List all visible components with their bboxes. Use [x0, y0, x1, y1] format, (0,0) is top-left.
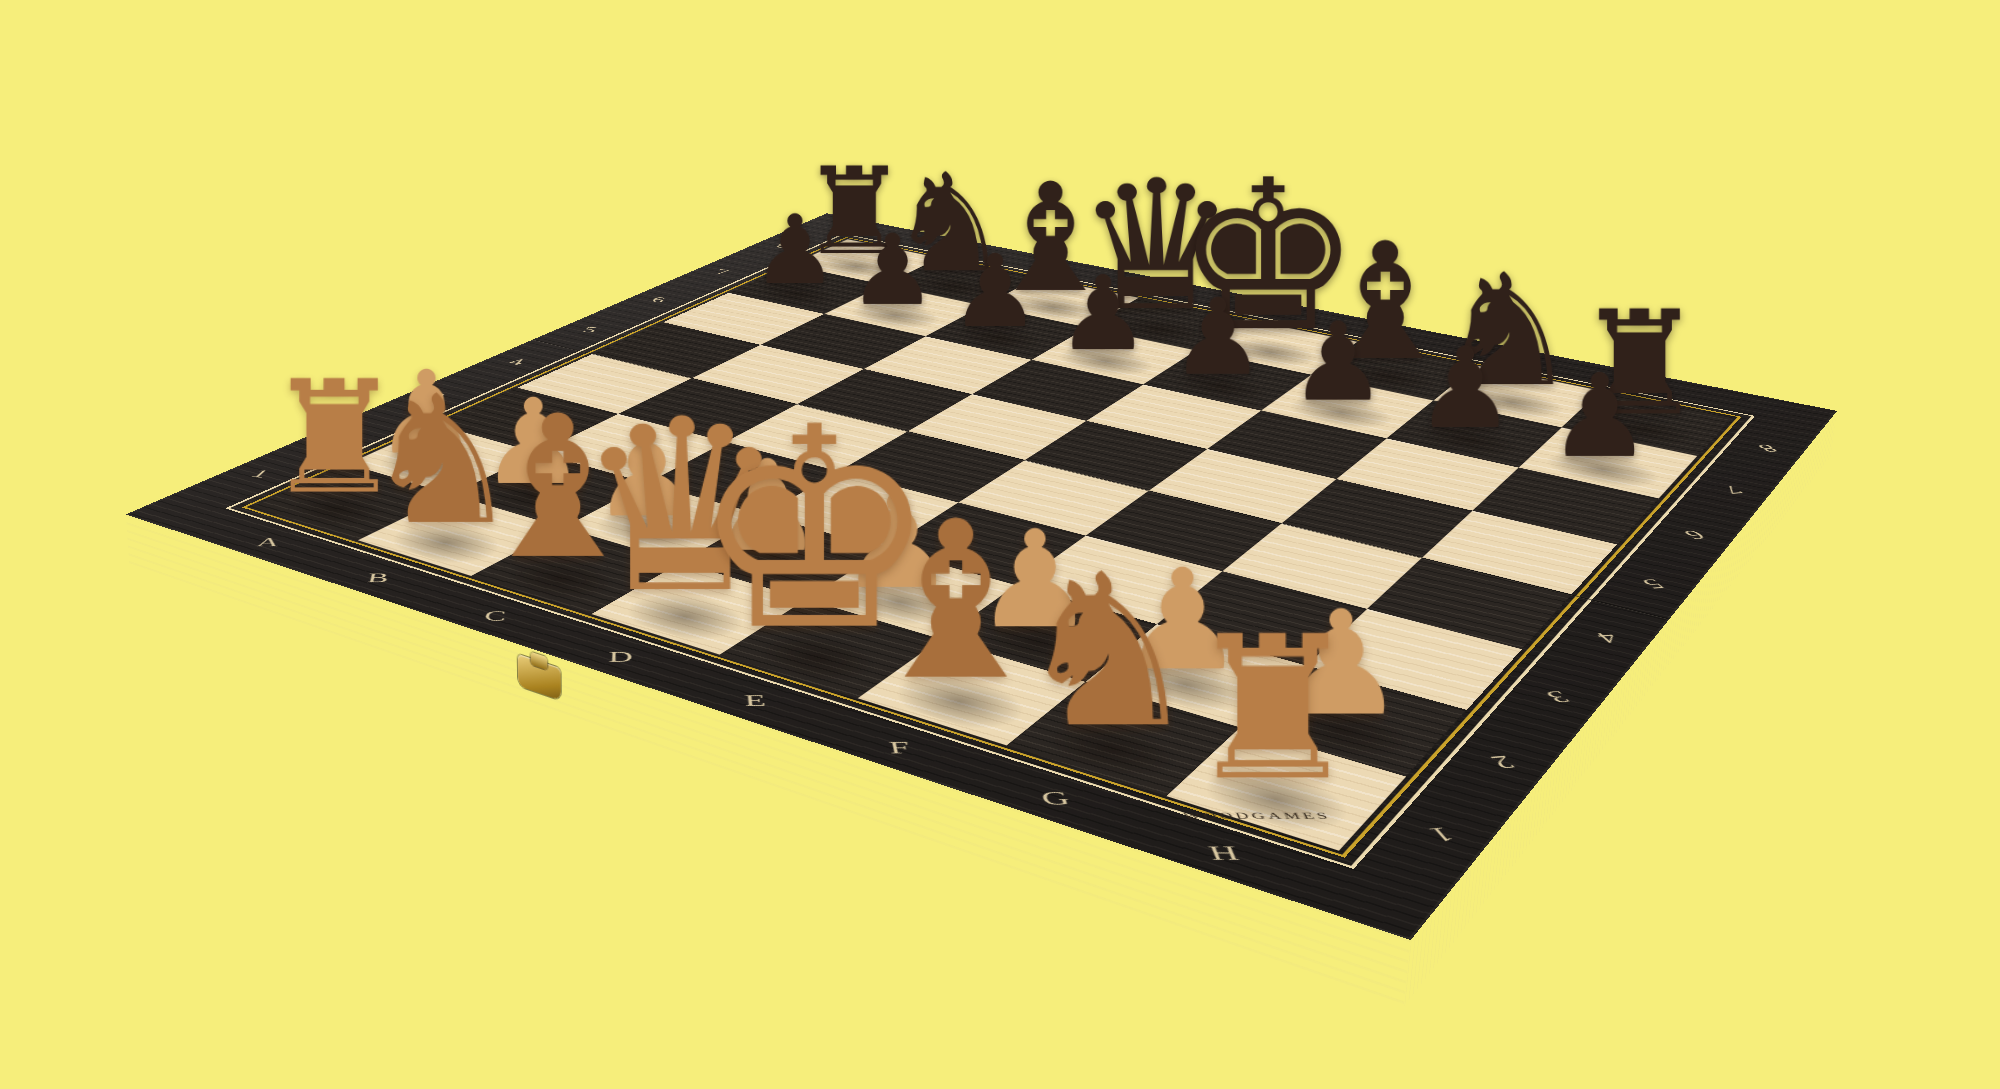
black-pawn-glyph: ♟: [1170, 289, 1265, 386]
pinstripe-gold: ♜♞♝♛♚♝♞♜♟♟♟♟♟♟♟♟♟♟♟♟♟♟♟♟♜♞♝♛♚♝♞♜WOODGAME…: [242, 237, 1742, 858]
black-pawn-glyph: ♟: [1549, 364, 1652, 470]
piece-black-pawn-h7: ♟: [1519, 428, 1698, 499]
chess-board: ♜♞♝♛♚♝♞♜♟♟♟♟♟♟♟♟♟♟♟♟♟♟♟♟♜♞♝♛♚♝♞♜WOODGAME…: [126, 213, 1837, 940]
piece-white-rook-h1: ♜: [1166, 727, 1406, 850]
white-rook-glyph: ♜: [1184, 619, 1361, 801]
black-pawn-glyph: ♟: [1289, 313, 1386, 413]
square-h1: ♜WOODGAMES: [1166, 727, 1406, 850]
square-h7: ♟: [1519, 428, 1698, 499]
black-pawn-glyph: ♟: [950, 246, 1040, 338]
white-knight-glyph: ♞: [1014, 556, 1203, 750]
black-pawn-glyph: ♟: [1057, 267, 1149, 362]
board-grid: ♜♞♝♛♚♝♞♜♟♟♟♟♟♟♟♟♟♟♟♟♟♟♟♟♜♞♝♛♚♝♞♜WOODGAME…: [252, 239, 1732, 850]
brass-clasp-icon: [518, 654, 561, 701]
black-pawn-glyph: ♟: [1415, 338, 1515, 441]
black-pawn-glyph: ♟: [849, 226, 937, 316]
pinstripe-cream: ♜♞♝♛♚♝♞♜♟♟♟♟♟♟♟♟♟♟♟♟♟♟♟♟♜♞♝♛♚♝♞♜WOODGAME…: [225, 234, 1755, 869]
chess-set-photo: ♜♞♝♛♚♝♞♜♟♟♟♟♟♟♟♟♟♟♟♟♟♟♟♟♜♞♝♛♚♝♞♜WOODGAME…: [0, 0, 2000, 1089]
brand-text: WOODGAMES: [1182, 811, 1333, 822]
scene: ♜♞♝♛♚♝♞♜♟♟♟♟♟♟♟♟♟♟♟♟♟♟♟♟♜♞♝♛♚♝♞♜WOODGAME…: [0, 0, 2000, 1089]
board-top-face: ♜♞♝♛♚♝♞♜♟♟♟♟♟♟♟♟♟♟♟♟♟♟♟♟♜♞♝♛♚♝♞♜WOODGAME…: [126, 213, 1837, 940]
